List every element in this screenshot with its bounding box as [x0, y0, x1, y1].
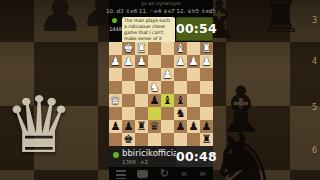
bg-rank-label: 3: [312, 17, 317, 25]
square-d6[interactable]: [161, 107, 174, 120]
square-c2[interactable]: ♟: [174, 55, 187, 68]
piece-bQ[interactable]: ♛: [149, 121, 159, 133]
piece-wP[interactable]: ♟: [136, 56, 146, 68]
square-b7[interactable]: ♟: [187, 120, 200, 133]
chess-board: ♚♜♝♜♟♟♟♟♟♟♟♞♛♟♝♝♞♟♟♜♛♟♟♟♚♜: [109, 42, 213, 146]
status-line: şu an oynanıyor: [103, 0, 219, 7]
piece-bN[interactable]: ♞: [175, 108, 185, 120]
square-e1[interactable]: [148, 42, 161, 55]
square-d5[interactable]: ♝: [161, 94, 174, 107]
square-h8[interactable]: [109, 133, 122, 146]
opponent-online-dot: [112, 18, 117, 23]
opponent-clock: 00:54: [176, 17, 213, 41]
piece-bP[interactable]: ♟: [110, 121, 120, 133]
piece-wP[interactable]: ♟: [123, 56, 133, 68]
opponent-rating: 1448: [109, 26, 122, 32]
chat-icon[interactable]: [137, 170, 148, 178]
piece-bP[interactable]: ♟: [188, 121, 198, 133]
opponent-row: 1448 The man plays such a ridiculous che…: [109, 15, 213, 42]
game-column: şu an oynanıyor 10. d3 ♗e6 11. ♘e4 ♕e7 1…: [109, 0, 213, 180]
square-e7[interactable]: ♛: [148, 120, 161, 133]
piece-wR[interactable]: ♜: [136, 43, 146, 55]
piece-wK[interactable]: ♚: [123, 43, 133, 55]
piece-wQ[interactable]: ♛: [110, 95, 120, 107]
piece-bP[interactable]: ♟: [201, 121, 211, 133]
square-b2[interactable]: ♟: [187, 55, 200, 68]
square-d1[interactable]: [161, 42, 174, 55]
piece-wP[interactable]: ♟: [175, 56, 185, 68]
square-g8[interactable]: ♚: [122, 133, 135, 146]
square-e5[interactable]: ♟: [148, 94, 161, 107]
square-h3[interactable]: [109, 68, 122, 81]
rotate-icon[interactable]: ↻: [160, 169, 169, 179]
square-h7[interactable]: ♟: [109, 120, 122, 133]
square-g4[interactable]: [122, 81, 135, 94]
player-rating-change: +2: [140, 159, 148, 165]
player-rating-row: 1366+2: [122, 159, 148, 165]
square-g2[interactable]: ♟: [122, 55, 135, 68]
square-h2[interactable]: ♟: [109, 55, 122, 68]
square-c7[interactable]: ♟: [174, 120, 187, 133]
square-e8[interactable]: [148, 133, 161, 146]
square-d3[interactable]: ♟: [161, 68, 174, 81]
bg-pawn-icon: ♟: [36, 0, 84, 40]
piece-wP[interactable]: ♟: [188, 56, 198, 68]
piece-wP[interactable]: ♟: [110, 56, 120, 68]
square-d8[interactable]: [161, 133, 174, 146]
square-f8[interactable]: [135, 133, 148, 146]
square-a4[interactable]: [200, 81, 213, 94]
bg-rank-label: 4: [312, 58, 317, 66]
square-h5[interactable]: ♛: [109, 94, 122, 107]
piece-bP[interactable]: ♟: [149, 95, 159, 107]
square-a5[interactable]: [200, 94, 213, 107]
bg-black-knight-icon: ♞: [206, 122, 281, 180]
square-b5[interactable]: [187, 94, 200, 107]
square-a2[interactable]: ♟: [200, 55, 213, 68]
square-g5[interactable]: [122, 94, 135, 107]
square-f7[interactable]: ♜: [135, 120, 148, 133]
square-f3[interactable]: [135, 68, 148, 81]
square-e2[interactable]: [148, 55, 161, 68]
piece-wP[interactable]: ♟: [201, 56, 211, 68]
piece-wP[interactable]: ♟: [162, 69, 172, 81]
square-c3[interactable]: [174, 68, 187, 81]
square-f4[interactable]: [135, 81, 148, 94]
bg-white-queen-icon: ♛: [4, 86, 74, 164]
forward-icon[interactable]: »: [199, 169, 206, 179]
piece-bR[interactable]: ♜: [201, 134, 211, 146]
piece-bP[interactable]: ♟: [175, 121, 185, 133]
square-c8[interactable]: [174, 133, 187, 146]
square-a8[interactable]: ♜: [200, 133, 213, 146]
piece-bB[interactable]: ♝: [175, 95, 185, 107]
piece-wB[interactable]: ♝: [175, 43, 185, 55]
bottom-toolbar: ↻ « »: [109, 167, 213, 180]
square-a3[interactable]: [200, 68, 213, 81]
player-name[interactable]: bbiricikofficial: [122, 148, 181, 158]
bg-rook-icon: ♜: [258, 0, 303, 40]
piece-wR[interactable]: ♜: [201, 43, 211, 55]
player-clock: 00:48: [176, 146, 213, 167]
square-f5[interactable]: [135, 94, 148, 107]
square-b4[interactable]: [187, 81, 200, 94]
square-g3[interactable]: [122, 68, 135, 81]
bg-rank-label: 6: [312, 147, 317, 155]
piece-bB[interactable]: ♝: [162, 95, 172, 107]
player-online-dot: [113, 152, 119, 158]
square-b8[interactable]: [187, 133, 200, 146]
piece-bK[interactable]: ♚: [123, 134, 133, 146]
bg-rank-label: 5: [312, 104, 317, 112]
video-frame: ♟ ♟ ♝ ♜ ♛ ♝ ♞ 3 4 5 6 şu an oynanıyor 10…: [0, 0, 320, 180]
square-f2[interactable]: ♟: [135, 55, 148, 68]
piece-bR[interactable]: ♜: [136, 121, 146, 133]
square-d7[interactable]: [161, 120, 174, 133]
square-b3[interactable]: [187, 68, 200, 81]
player-rating: 1366: [122, 159, 136, 165]
piece-bP[interactable]: ♟: [123, 121, 133, 133]
back-icon[interactable]: «: [180, 169, 187, 179]
piece-wN[interactable]: ♞: [149, 82, 159, 94]
menu-icon[interactable]: [116, 170, 126, 179]
player-bar: bbiricikofficial 1366+2 00:48: [109, 146, 213, 167]
